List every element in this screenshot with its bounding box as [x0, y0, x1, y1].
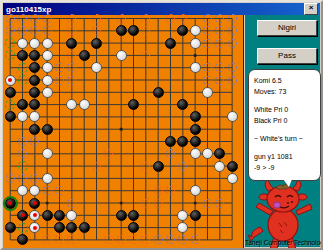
black-stone: [54, 210, 65, 221]
white-stone: [42, 173, 53, 184]
purple-move-marker: [67, 76, 76, 85]
green-move-marker: [18, 223, 28, 233]
red-move-marker: [141, 199, 150, 208]
purple-move-marker: [6, 14, 15, 23]
purple-move-marker: [67, 199, 76, 208]
black-stone: [165, 136, 176, 147]
black-stone: [42, 124, 53, 135]
white-stone: [42, 38, 53, 49]
purple-move-marker: [215, 76, 224, 85]
side-panel: Nigiri Pass Komi 6.5 Moves: 73 White Pri…: [245, 15, 320, 247]
komi-text: Komi 6.5: [254, 75, 320, 86]
black-stone: [165, 38, 176, 49]
white-stone: [116, 50, 127, 61]
gap: [254, 144, 320, 151]
red-move-marker: [92, 162, 101, 171]
white-stone: [79, 99, 90, 110]
black-pri-text: Black Pri 0: [254, 115, 320, 126]
gap: [254, 126, 320, 133]
turn-text: ~ White's turn ~: [254, 133, 320, 144]
white-stone: [202, 87, 213, 98]
purple-move-marker: [228, 76, 237, 85]
black-stone: [190, 111, 201, 122]
moves-text: Moves: 73: [254, 86, 320, 97]
red-move-marker: [141, 162, 150, 171]
white-stone: [227, 173, 238, 184]
black-stone: [91, 38, 102, 49]
window-title: go110415xp: [3, 5, 304, 14]
app-window: go110415xp × Nigiri Pass Komi 6.5 Moves:…: [0, 0, 323, 250]
purple-move-marker: [178, 162, 187, 171]
engine-line-1: gun y1 1081: [254, 151, 320, 162]
purple-move-marker: [228, 63, 237, 72]
white-stone: [190, 62, 201, 73]
purple-move-marker: [203, 76, 212, 85]
purple-move-marker: [203, 14, 212, 23]
purple-move-marker: [43, 14, 52, 23]
white-stone: [190, 38, 201, 49]
red-move-marker: [117, 14, 126, 23]
brand-text: Taneji Computer Technology: [245, 239, 320, 246]
red-move-marker: [166, 14, 175, 23]
purple-move-marker: [6, 26, 15, 35]
white-stone: [42, 148, 53, 159]
go-board[interactable]: [3, 15, 244, 249]
purple-move-marker: [18, 137, 27, 146]
purple-move-marker: [6, 174, 15, 183]
purple-move-marker: [203, 39, 212, 48]
title-bar: go110415xp ×: [3, 3, 320, 15]
black-stone: [128, 210, 139, 221]
black-stone: [29, 124, 40, 135]
black-stone: [79, 222, 90, 233]
engine-line-2: -9 > -9: [254, 162, 320, 173]
black-stone: [190, 210, 201, 221]
white-stone: [190, 25, 201, 36]
white-stone: [42, 62, 53, 73]
green-move-marker: [18, 63, 28, 73]
purple-move-marker: [43, 26, 52, 35]
purple-move-marker: [55, 76, 64, 85]
white-pri-text: White Pri 0: [254, 104, 320, 115]
black-stone: [79, 50, 90, 61]
black-stone: [116, 210, 127, 221]
white-stone: [17, 38, 28, 49]
white-stone: [42, 50, 53, 61]
white-stone: [29, 38, 40, 49]
purple-move-marker: [228, 39, 237, 48]
gap: [254, 97, 320, 104]
purple-move-marker: [228, 26, 237, 35]
black-stone: [17, 50, 28, 61]
red-move-marker: [92, 14, 101, 23]
green-move-marker: [18, 75, 28, 85]
black-stone: [29, 75, 40, 86]
close-icon[interactable]: ×: [304, 3, 318, 15]
black-stone: [42, 210, 53, 221]
red-move-marker: [154, 186, 163, 195]
green-move-marker: [5, 100, 15, 110]
purple-move-marker: [203, 199, 212, 208]
white-stone: [190, 148, 201, 159]
white-stone: [190, 185, 201, 196]
red-move-marker: [154, 199, 163, 208]
pass-button[interactable]: Pass: [257, 48, 317, 64]
black-stone: [153, 87, 164, 98]
black-stone: [116, 25, 127, 36]
black-stone: [227, 161, 238, 172]
purple-move-marker: [18, 14, 27, 23]
purple-move-marker: [215, 39, 224, 48]
white-stone: [214, 161, 225, 172]
purple-move-marker: [43, 186, 52, 195]
nigiri-button[interactable]: Nigiri: [257, 20, 317, 36]
red-dot-marker: [33, 201, 37, 205]
purple-move-marker: [18, 174, 27, 183]
white-stone: [42, 87, 53, 98]
black-stone: [190, 136, 201, 147]
black-stone: [5, 222, 16, 233]
black-stone: [190, 124, 201, 135]
black-stone: [153, 161, 164, 172]
red-dot-marker: [21, 213, 25, 217]
purple-move-marker: [191, 235, 200, 244]
window-content: Nigiri Pass Komi 6.5 Moves: 73 White Pri…: [3, 15, 320, 247]
green-move-marker: [18, 161, 28, 171]
white-stone: [42, 75, 53, 86]
status-balloon: Komi 6.5 Moves: 73 White Pri 0 Black Pri…: [248, 69, 321, 181]
black-stone: [5, 87, 16, 98]
purple-move-marker: [228, 14, 237, 23]
black-stone: [66, 38, 77, 49]
white-stone: [227, 111, 238, 122]
red-dot-marker: [33, 226, 37, 230]
purple-move-marker: [215, 199, 224, 208]
